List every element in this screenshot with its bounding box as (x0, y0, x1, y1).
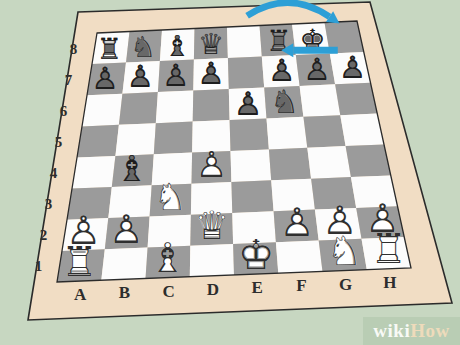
black-pawn-d7: ♟♙ (197, 59, 225, 90)
black-pawn-g7: ♟♙ (303, 55, 331, 86)
black-pawn-outline-icon: ♙ (233, 84, 262, 122)
black-pawn-outline-icon: ♙ (339, 50, 367, 85)
black-pawn-c7: ♟♙ (162, 61, 190, 92)
white-rook-h1: ♜♖ (370, 229, 407, 270)
white-pawn-b2: ♟♙ (109, 210, 144, 249)
black-pawn-outline-icon: ♙ (162, 58, 190, 93)
black-pawn-outline-icon: ♙ (91, 61, 119, 96)
wikihow-watermark: wikiHow (363, 317, 460, 345)
white-bishop-outline-icon: ♗ (149, 234, 186, 282)
watermark-wiki-text: wiki (373, 320, 410, 342)
black-bishop-outline-icon: ♗ (116, 148, 148, 189)
black-pawn-h7: ♟♙ (339, 53, 367, 84)
black-rook-f8: ♜♖ (266, 27, 292, 56)
black-queen-d8: ♛♕ (198, 30, 224, 59)
white-knight-outline-icon: ♘ (326, 227, 363, 275)
white-king-outline-icon: ♔ (238, 230, 275, 278)
white-queen-outline-icon: ♕ (194, 203, 229, 248)
black-king-g8: ♚♔ (300, 25, 326, 54)
black-bishop-c8: ♝♗ (164, 31, 190, 60)
black-pawn-e6: ♟♙ (233, 87, 262, 119)
piece-layer: ♜♖♞♘♝♗♛♕♜♖♚♔♟♙♟♙♟♙♟♙♟♙♟♙♟♙♟♙♞♘♝♗♟♙♞♘♟♙♟♙… (0, 0, 460, 345)
castling-illustration: 87654321ABCDEFGH ♜♖♞♘♝♗♛♕♜♖♚♔♟♙♟♙♟♙♟♙♟♙♟… (0, 0, 460, 345)
white-king-e1: ♚♔ (238, 234, 275, 275)
black-bishop-b4: ♝♗ (116, 151, 148, 187)
black-knight-outline-icon: ♘ (270, 83, 299, 121)
white-pawn-outline-icon: ♙ (109, 207, 144, 252)
black-pawn-outline-icon: ♙ (197, 56, 225, 91)
watermark-how-text: How (410, 320, 450, 342)
white-knight-outline-icon: ♘ (154, 175, 188, 219)
white-pawn-outline-icon: ♙ (195, 145, 227, 186)
white-knight-c3: ♞♘ (154, 179, 188, 217)
white-rook-a1: ♜♖ (61, 241, 98, 282)
black-pawn-a7: ♟♙ (91, 64, 119, 95)
black-pawn-outline-icon: ♙ (303, 52, 331, 87)
black-knight-b8: ♞♘ (130, 33, 156, 62)
white-pawn-d4: ♟♙ (195, 148, 227, 184)
black-rook-a8: ♜♖ (96, 35, 122, 64)
black-knight-f6: ♞♘ (270, 86, 299, 118)
white-queen-d2: ♛♕ (194, 206, 229, 245)
white-rook-outline-icon: ♖ (370, 225, 407, 273)
white-pawn-outline-icon: ♙ (280, 200, 315, 245)
white-rook-outline-icon: ♖ (61, 237, 98, 285)
black-pawn-outline-icon: ♙ (127, 59, 155, 94)
white-bishop-c1: ♝♗ (149, 238, 186, 279)
white-knight-g1: ♞♘ (326, 231, 363, 272)
black-pawn-b7: ♟♙ (127, 62, 155, 93)
white-pawn-f2: ♟♙ (280, 203, 315, 242)
